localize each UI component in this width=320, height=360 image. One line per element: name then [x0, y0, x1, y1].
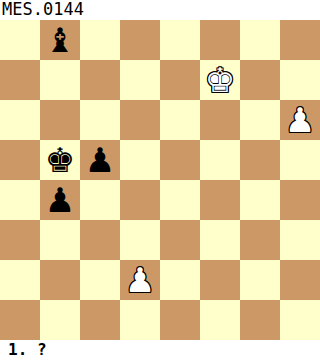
square-a5[interactable] [0, 140, 40, 180]
piece-white-pawn[interactable]: ♟ [285, 100, 315, 140]
move-prompt: 1. ? [0, 340, 320, 360]
square-b8[interactable]: ♝ [40, 20, 80, 60]
square-a3[interactable] [0, 220, 40, 260]
square-a6[interactable] [0, 100, 40, 140]
square-g2[interactable] [240, 260, 280, 300]
square-g6[interactable] [240, 100, 280, 140]
square-f2[interactable] [200, 260, 240, 300]
square-c8[interactable] [80, 20, 120, 60]
square-g5[interactable] [240, 140, 280, 180]
square-f8[interactable] [200, 20, 240, 60]
square-g7[interactable] [240, 60, 280, 100]
square-e5[interactable] [160, 140, 200, 180]
square-d4[interactable] [120, 180, 160, 220]
square-b3[interactable] [40, 220, 80, 260]
puzzle-title: MES.0144 [0, 0, 320, 20]
square-a4[interactable] [0, 180, 40, 220]
piece-black-pawn[interactable]: ♟ [45, 180, 75, 220]
square-b4[interactable]: ♟ [40, 180, 80, 220]
square-a1[interactable] [0, 300, 40, 340]
square-f4[interactable] [200, 180, 240, 220]
square-b7[interactable] [40, 60, 80, 100]
square-e3[interactable] [160, 220, 200, 260]
square-c7[interactable] [80, 60, 120, 100]
square-h5[interactable] [280, 140, 320, 180]
square-h4[interactable] [280, 180, 320, 220]
square-a8[interactable] [0, 20, 40, 60]
square-g3[interactable] [240, 220, 280, 260]
square-e8[interactable] [160, 20, 200, 60]
piece-white-king[interactable]: ♚ [205, 60, 235, 100]
square-f3[interactable] [200, 220, 240, 260]
square-d1[interactable] [120, 300, 160, 340]
square-a2[interactable] [0, 260, 40, 300]
square-b6[interactable] [40, 100, 80, 140]
square-d6[interactable] [120, 100, 160, 140]
piece-black-bishop[interactable]: ♝ [45, 20, 75, 60]
square-h1[interactable] [280, 300, 320, 340]
square-h7[interactable] [280, 60, 320, 100]
square-d5[interactable] [120, 140, 160, 180]
square-c1[interactable] [80, 300, 120, 340]
square-c4[interactable] [80, 180, 120, 220]
square-g4[interactable] [240, 180, 280, 220]
square-f7[interactable]: ♚ [200, 60, 240, 100]
square-b5[interactable]: ♚ [40, 140, 80, 180]
square-h3[interactable] [280, 220, 320, 260]
square-g1[interactable] [240, 300, 280, 340]
square-e4[interactable] [160, 180, 200, 220]
square-e1[interactable] [160, 300, 200, 340]
square-f6[interactable] [200, 100, 240, 140]
chess-board: ♝♚♟♚♟♟♟ [0, 20, 320, 340]
square-e2[interactable] [160, 260, 200, 300]
square-d7[interactable] [120, 60, 160, 100]
square-g8[interactable] [240, 20, 280, 60]
piece-black-king[interactable]: ♚ [45, 140, 75, 180]
square-d2[interactable]: ♟ [120, 260, 160, 300]
square-b1[interactable] [40, 300, 80, 340]
square-d8[interactable] [120, 20, 160, 60]
square-h6[interactable]: ♟ [280, 100, 320, 140]
square-c6[interactable] [80, 100, 120, 140]
square-b2[interactable] [40, 260, 80, 300]
piece-black-pawn[interactable]: ♟ [85, 140, 115, 180]
square-e7[interactable] [160, 60, 200, 100]
square-f1[interactable] [200, 300, 240, 340]
chess-puzzle-page: MES.0144 ♝♚♟♚♟♟♟ 1. ? [0, 0, 320, 360]
square-c5[interactable]: ♟ [80, 140, 120, 180]
square-a7[interactable] [0, 60, 40, 100]
piece-white-pawn[interactable]: ♟ [125, 260, 155, 300]
square-h2[interactable] [280, 260, 320, 300]
square-c2[interactable] [80, 260, 120, 300]
square-h8[interactable] [280, 20, 320, 60]
square-e6[interactable] [160, 100, 200, 140]
square-c3[interactable] [80, 220, 120, 260]
square-f5[interactable] [200, 140, 240, 180]
square-d3[interactable] [120, 220, 160, 260]
